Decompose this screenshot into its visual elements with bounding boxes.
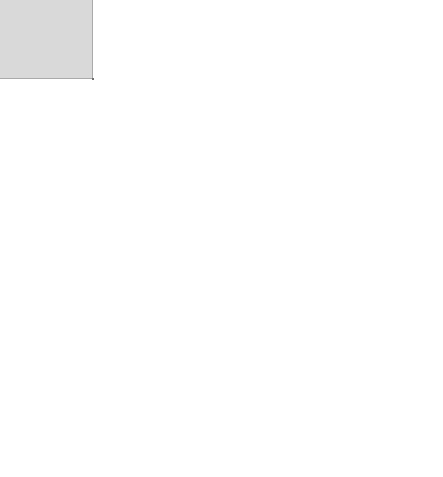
- nonogram-puzzle: [0, 0, 443, 477]
- puzzle-grid: [92, 78, 94, 80]
- corner-watermark: [0, 0, 93, 79]
- side-watermark: [424, 330, 442, 450]
